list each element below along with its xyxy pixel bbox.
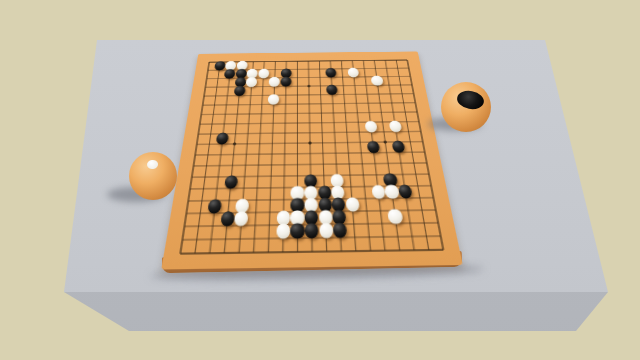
board-cell[interactable] (232, 100, 245, 109)
board-cell[interactable] (239, 160, 253, 171)
board-cell[interactable] (325, 57, 336, 65)
board-cell[interactable] (327, 99, 339, 108)
board-cell[interactable] (305, 231, 320, 245)
board-cell[interactable] (336, 65, 348, 73)
white-stone[interactable] (269, 77, 280, 87)
board-cell[interactable] (405, 81, 418, 90)
board-cell[interactable] (256, 91, 268, 100)
board-cell[interactable] (346, 217, 361, 230)
board-cell[interactable] (223, 74, 235, 83)
board-cell[interactable] (357, 181, 371, 193)
board-cell[interactable] (263, 194, 277, 206)
board-cell[interactable] (241, 128, 254, 138)
board-cell[interactable] (329, 137, 342, 148)
board-cell[interactable] (339, 108, 352, 118)
black-stone[interactable] (333, 223, 348, 239)
board-cell[interactable] (244, 100, 257, 109)
board-cell[interactable] (314, 65, 325, 73)
board-cell[interactable] (268, 100, 280, 109)
board-cell[interactable] (277, 182, 291, 194)
board-cell[interactable] (303, 108, 315, 118)
board-cell[interactable] (346, 205, 361, 218)
board-cell[interactable] (303, 73, 314, 82)
black-stone[interactable] (305, 223, 319, 239)
board-cell[interactable] (421, 168, 436, 180)
board-cell[interactable] (351, 108, 364, 118)
board-cell[interactable] (319, 244, 334, 258)
board-cell[interactable] (251, 171, 265, 183)
board-cell[interactable] (359, 205, 374, 218)
board-cell[interactable] (315, 108, 327, 118)
board-cell[interactable] (338, 90, 350, 99)
board-cell[interactable] (317, 159, 330, 170)
board-cell[interactable] (350, 99, 363, 108)
board-cell[interactable] (280, 82, 292, 91)
board-cell[interactable] (402, 64, 415, 72)
board-cell[interactable] (257, 74, 269, 83)
board-cell[interactable] (349, 90, 361, 99)
board-cell[interactable] (303, 90, 315, 99)
board-cell[interactable] (304, 128, 317, 138)
board-cell[interactable] (303, 118, 315, 128)
board-cell[interactable] (267, 118, 280, 128)
board-cell[interactable] (347, 231, 362, 245)
board-cell[interactable] (341, 137, 354, 148)
board-cell[interactable] (291, 138, 304, 149)
board-cell[interactable] (262, 206, 276, 219)
black-stone[interactable] (220, 211, 235, 226)
board-cell[interactable] (304, 159, 317, 170)
black-stone[interactable] (291, 223, 305, 239)
board-cell[interactable] (290, 245, 305, 259)
board-cell[interactable] (353, 137, 367, 148)
board-cell[interactable] (278, 138, 291, 149)
black-stone[interactable] (326, 85, 338, 95)
board-cell[interactable] (316, 118, 329, 128)
board-cell[interactable] (221, 91, 234, 100)
board-cell[interactable] (245, 82, 257, 91)
black-stone[interactable] (325, 68, 336, 78)
board-cell[interactable] (334, 244, 349, 258)
board-cell[interactable] (292, 57, 303, 65)
board-cell[interactable] (419, 157, 434, 168)
board-cell[interactable] (333, 231, 348, 245)
board-cell[interactable] (304, 148, 317, 159)
board-cell[interactable] (319, 231, 334, 245)
board-cell[interactable] (249, 194, 263, 206)
board-cell[interactable] (316, 138, 329, 149)
board-cell[interactable] (348, 73, 360, 82)
board-cell[interactable] (330, 159, 344, 170)
board-cell[interactable] (316, 148, 329, 159)
board-cell[interactable] (261, 232, 276, 246)
white-stone[interactable] (234, 211, 249, 226)
board-cell[interactable] (316, 128, 329, 138)
board-cell[interactable] (201, 246, 217, 260)
board-cell[interactable] (247, 232, 262, 246)
board-cell[interactable] (254, 128, 267, 138)
board-cell[interactable] (205, 219, 221, 232)
board-cell[interactable] (292, 65, 303, 73)
board-cell[interactable] (261, 245, 276, 259)
board-cell[interactable] (303, 82, 315, 91)
board-cell[interactable] (291, 118, 303, 128)
black-stone-bowl[interactable] (441, 82, 491, 132)
board-cell[interactable] (278, 148, 291, 159)
board-cell[interactable] (315, 90, 327, 99)
board-cell[interactable] (275, 245, 290, 259)
board-cell[interactable] (423, 180, 439, 192)
board-cell[interactable] (264, 170, 278, 182)
board-cell[interactable] (222, 194, 237, 206)
board-cell[interactable] (223, 182, 238, 194)
board-cell[interactable] (290, 231, 304, 245)
board-cell[interactable] (279, 118, 291, 128)
board-cell[interactable] (291, 170, 304, 182)
board-cell[interactable] (416, 136, 430, 146)
white-stone[interactable] (258, 69, 269, 79)
board-cell[interactable] (342, 148, 356, 159)
board-cell[interactable] (218, 232, 234, 246)
board-cell[interactable] (214, 149, 228, 160)
board-cell[interactable] (265, 159, 278, 170)
board-cell[interactable] (432, 229, 449, 243)
board-cell[interactable] (203, 233, 219, 247)
board-cell[interactable] (363, 244, 379, 258)
board-cell[interactable] (252, 149, 265, 160)
board-cell[interactable] (358, 192, 373, 204)
board-cell[interactable] (238, 171, 252, 183)
board-cell[interactable] (356, 169, 370, 181)
board-cell[interactable] (242, 119, 255, 129)
board-cell[interactable] (326, 90, 338, 99)
board-cell[interactable] (252, 160, 266, 171)
board-cell[interactable] (314, 82, 326, 91)
board-cell[interactable] (291, 128, 303, 138)
go-table-scene (0, 0, 640, 360)
board-cell[interactable] (410, 107, 424, 117)
board-cell[interactable] (337, 73, 349, 82)
board-cell[interactable] (277, 170, 290, 182)
board-cell[interactable] (353, 127, 366, 137)
board-cell[interactable] (276, 232, 291, 246)
board-cell[interactable] (336, 57, 348, 65)
board-cell[interactable] (291, 148, 304, 159)
board-cell[interactable] (257, 82, 269, 91)
board-cell[interactable] (243, 109, 256, 119)
board-cell[interactable] (269, 65, 280, 73)
board-cell[interactable] (329, 148, 342, 159)
board-cell[interactable] (281, 57, 292, 65)
board-cell[interactable] (277, 194, 291, 206)
board-cell[interactable] (212, 160, 226, 171)
board-cell[interactable] (343, 169, 357, 181)
board-cell[interactable] (229, 129, 242, 139)
board-cell[interactable] (342, 158, 356, 169)
board-cell[interactable] (412, 117, 426, 127)
board-cell[interactable] (268, 82, 280, 91)
board-cell[interactable] (430, 216, 446, 229)
board-cell[interactable] (240, 139, 253, 150)
board-cell[interactable] (239, 149, 253, 160)
black-stone[interactable] (280, 77, 291, 87)
board-cell[interactable] (414, 126, 428, 136)
board-cell[interactable] (267, 109, 279, 119)
board-cell[interactable] (314, 57, 325, 65)
board-cell[interactable] (232, 232, 247, 246)
board-cell[interactable] (417, 147, 432, 158)
board-cell[interactable] (230, 119, 243, 129)
board-cell[interactable] (315, 99, 327, 108)
board-cell[interactable] (401, 56, 413, 64)
black-stone[interactable] (216, 133, 229, 145)
board-cell[interactable] (304, 138, 317, 149)
board-cell[interactable] (254, 119, 267, 129)
board-cell[interactable] (279, 109, 291, 119)
board-cell[interactable] (265, 149, 278, 160)
board-cell[interactable] (264, 182, 278, 194)
board-cell[interactable] (279, 128, 292, 138)
black-stone[interactable] (233, 86, 245, 96)
board-cell[interactable] (216, 246, 232, 260)
black-stone[interactable] (224, 69, 236, 79)
white-stone[interactable] (319, 223, 333, 239)
board-cell[interactable] (305, 245, 320, 259)
white-stone[interactable] (268, 94, 280, 105)
board-cell[interactable] (361, 230, 377, 244)
board-cell[interactable] (250, 182, 264, 194)
board-cell[interactable] (291, 99, 303, 108)
black-stone[interactable] (224, 175, 238, 189)
board-cell[interactable] (231, 109, 244, 119)
board-cell[interactable] (325, 73, 337, 82)
board-cell[interactable] (347, 57, 359, 65)
board-cell[interactable] (340, 118, 353, 128)
board-cell[interactable] (426, 192, 442, 204)
board-cell[interactable] (354, 148, 368, 159)
white-stone[interactable] (276, 223, 290, 239)
white-stone-bowl[interactable] (129, 152, 177, 200)
board-cell[interactable] (278, 159, 291, 170)
board-cell[interactable] (352, 117, 365, 127)
board-cell[interactable] (328, 118, 341, 128)
board-cell[interactable] (407, 89, 420, 98)
board-cell[interactable] (233, 219, 248, 232)
board-cell[interactable] (409, 98, 422, 107)
board-cell[interactable] (220, 100, 233, 109)
board-cell[interactable] (266, 138, 279, 149)
board-cell[interactable] (340, 127, 353, 137)
board-cell[interactable] (218, 119, 231, 129)
board-cell[interactable] (355, 158, 369, 169)
board-cell[interactable] (256, 100, 268, 109)
board-cell[interactable] (231, 246, 247, 260)
board-cell[interactable] (253, 138, 266, 149)
board-cell[interactable] (219, 109, 232, 119)
board-cell[interactable] (248, 206, 263, 219)
board-cell[interactable] (404, 72, 417, 81)
board-cell[interactable] (270, 57, 281, 65)
board-cell[interactable] (206, 207, 221, 220)
board-cell[interactable] (435, 243, 452, 257)
board-cell[interactable] (303, 99, 315, 108)
board-cell[interactable] (327, 108, 340, 118)
board-cell[interactable] (292, 82, 304, 91)
black-stone[interactable] (207, 199, 222, 214)
board-cell[interactable] (248, 219, 263, 232)
board-grid[interactable] (172, 56, 452, 261)
board-cell[interactable] (291, 159, 304, 170)
white-stone[interactable] (348, 68, 360, 78)
board-cell[interactable] (228, 139, 242, 150)
board-cell[interactable] (314, 73, 326, 82)
board-cell[interactable] (344, 181, 358, 193)
board-cell[interactable] (317, 170, 331, 182)
board-cell[interactable] (338, 99, 350, 108)
board-cell[interactable] (247, 58, 259, 66)
go-board[interactable] (161, 51, 462, 269)
board-cell[interactable] (233, 91, 246, 100)
board-cell[interactable] (255, 109, 268, 119)
board-cell[interactable] (237, 182, 251, 194)
board-cell[interactable] (328, 127, 341, 137)
bowl-opening-black-stones (455, 89, 485, 111)
board-cell[interactable] (292, 73, 303, 82)
board-cell[interactable] (348, 244, 364, 258)
board-cell[interactable] (227, 149, 241, 160)
board-cell[interactable] (246, 246, 261, 260)
board-cell[interactable] (349, 81, 361, 90)
board-cell[interactable] (360, 217, 375, 230)
board-cell[interactable] (280, 100, 292, 109)
board-cell[interactable] (211, 171, 226, 183)
board-cell[interactable] (337, 81, 349, 90)
board-cell[interactable] (291, 109, 303, 119)
board-cell[interactable] (209, 183, 224, 195)
white-stone[interactable] (246, 77, 258, 87)
board-cell[interactable] (292, 90, 304, 99)
board-cell[interactable] (262, 219, 277, 232)
board-cell[interactable] (280, 91, 292, 100)
white-stone-in-bowl (147, 159, 159, 169)
board-cell[interactable] (303, 57, 314, 65)
board-cell[interactable] (266, 128, 279, 138)
board-cell[interactable] (225, 160, 239, 171)
board-cell[interactable] (303, 65, 314, 73)
board-cell[interactable] (259, 58, 270, 66)
board-cell[interactable] (245, 91, 257, 100)
board-cell[interactable] (219, 219, 234, 232)
board-cell[interactable] (428, 204, 444, 217)
board-cell[interactable] (215, 139, 229, 150)
